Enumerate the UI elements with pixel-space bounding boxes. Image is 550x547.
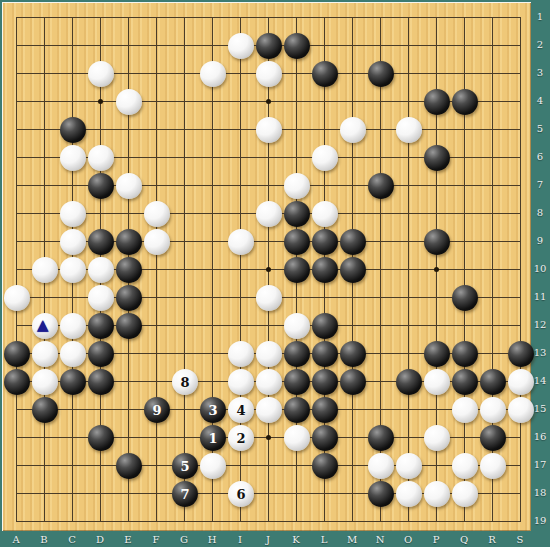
stone-white-C8 [60,201,86,227]
stone-black-L14 [312,369,338,395]
stone-white-K16 [284,425,310,451]
stone-black-O14 [396,369,422,395]
stone-white-O5 [396,117,422,143]
row-label-10: 10 [530,264,550,274]
col-label-F: F [146,535,166,545]
stone-black-D16 [88,425,114,451]
stone-white-O17 [396,453,422,479]
stone-white-I9 [228,229,254,255]
stone-black-Q14 [452,369,478,395]
stone-black-C5 [60,117,86,143]
stone-black-D13 [88,341,114,367]
stone-black-N16 [368,425,394,451]
col-label-M: M [342,535,362,545]
col-label-A: A [6,535,26,545]
stone-white-I2 [228,33,254,59]
stone-black-Q11 [452,285,478,311]
col-label-S: S [510,535,530,545]
move-4-stone-white: 4 [228,397,254,423]
move-7-stone-black: 7 [172,481,198,507]
stone-black-N18 [368,481,394,507]
go-board[interactable]: 893412576▲ [2,2,531,531]
stone-black-L17 [312,453,338,479]
stone-black-A14 [4,369,30,395]
stone-white-P14 [424,369,450,395]
stone-black-D9 [88,229,114,255]
stone-white-C9 [60,229,86,255]
stone-white-D6 [88,145,114,171]
row-label-7: 7 [530,180,550,190]
row-label-2: 2 [530,40,550,50]
stone-white-D10 [88,257,114,283]
stone-black-P4 [424,89,450,115]
col-label-O: O [398,535,418,545]
col-label-R: R [482,535,502,545]
stone-white-H3 [200,61,226,87]
stone-white-P18 [424,481,450,507]
stone-white-F8 [144,201,170,227]
stone-black-E12 [116,313,142,339]
stone-black-B15 [32,397,58,423]
row-label-8: 8 [530,208,550,218]
stone-black-E17 [116,453,142,479]
move-3-stone-black: 3 [200,397,226,423]
row-label-6: 6 [530,152,550,162]
stone-black-K13 [284,341,310,367]
row-label-18: 18 [530,488,550,498]
star-point [266,267,271,272]
stone-white-E7 [116,173,142,199]
move-2-stone-white: 2 [228,425,254,451]
stone-white-K12 [284,313,310,339]
go-app-frame: 893412576▲ ABCDEFGHIJKLMNOPQRS 123456789… [0,0,550,547]
stone-black-M10 [340,257,366,283]
stone-white-I13 [228,341,254,367]
stone-black-P13 [424,341,450,367]
stone-white-I14 [228,369,254,395]
stone-white-J5 [256,117,282,143]
stone-black-Q13 [452,341,478,367]
stone-white-C12 [60,313,86,339]
stone-white-H17 [200,453,226,479]
stone-white-C13 [60,341,86,367]
move-6-stone-white: 6 [228,481,254,507]
stone-black-L16 [312,425,338,451]
stone-white-L6 [312,145,338,171]
stone-black-E10 [116,257,142,283]
stone-black-Q4 [452,89,478,115]
stone-white-J13 [256,341,282,367]
stone-white-K7 [284,173,310,199]
stone-white-J8 [256,201,282,227]
stone-white-E4 [116,89,142,115]
star-point [98,99,103,104]
stone-white-N17 [368,453,394,479]
stone-black-L12 [312,313,338,339]
stone-white-B12 [32,313,58,339]
stone-white-A11 [4,285,30,311]
col-label-B: B [34,535,54,545]
row-label-13: 13 [530,348,550,358]
row-label-12: 12 [530,320,550,330]
star-point [266,435,271,440]
stone-black-N7 [368,173,394,199]
col-label-H: H [202,535,222,545]
stone-white-C10 [60,257,86,283]
stone-black-P9 [424,229,450,255]
row-label-1: 1 [530,12,550,22]
col-label-I: I [230,535,250,545]
stone-black-R14 [480,369,506,395]
stone-black-M13 [340,341,366,367]
stone-white-J3 [256,61,282,87]
row-label-14: 14 [530,376,550,386]
stone-white-D11 [88,285,114,311]
col-label-L: L [314,535,334,545]
col-label-P: P [426,535,446,545]
stone-white-C6 [60,145,86,171]
stone-white-J14 [256,369,282,395]
stone-black-K15 [284,397,310,423]
stone-white-Q18 [452,481,478,507]
stone-black-M14 [340,369,366,395]
col-label-E: E [118,535,138,545]
stone-black-L9 [312,229,338,255]
row-label-17: 17 [530,460,550,470]
col-label-C: C [62,535,82,545]
stone-white-B10 [32,257,58,283]
stone-black-N3 [368,61,394,87]
stone-black-J2 [256,33,282,59]
stone-black-K9 [284,229,310,255]
col-label-Q: Q [454,535,474,545]
stone-white-L8 [312,201,338,227]
stone-black-M9 [340,229,366,255]
stone-white-D3 [88,61,114,87]
move-1-stone-black: 1 [200,425,226,451]
star-point [434,267,439,272]
row-label-15: 15 [530,404,550,414]
move-9-stone-black: 9 [144,397,170,423]
stone-black-K2 [284,33,310,59]
stone-black-L13 [312,341,338,367]
col-label-G: G [174,535,194,545]
stone-black-L10 [312,257,338,283]
stone-white-J15 [256,397,282,423]
stone-black-C14 [60,369,86,395]
row-label-9: 9 [530,236,550,246]
row-label-3: 3 [530,68,550,78]
row-label-4: 4 [530,96,550,106]
stone-black-L15 [312,397,338,423]
stone-white-F9 [144,229,170,255]
stone-black-D12 [88,313,114,339]
stone-white-O18 [396,481,422,507]
stone-black-K14 [284,369,310,395]
col-label-K: K [286,535,306,545]
stone-black-K8 [284,201,310,227]
stone-white-Q17 [452,453,478,479]
stone-black-E11 [116,285,142,311]
stone-white-P16 [424,425,450,451]
move-5-stone-black: 5 [172,453,198,479]
stone-black-P6 [424,145,450,171]
row-label-5: 5 [530,124,550,134]
move-8-stone-white: 8 [172,369,198,395]
stone-black-E9 [116,229,142,255]
stone-white-B14 [32,369,58,395]
col-label-N: N [370,535,390,545]
stone-black-A13 [4,341,30,367]
col-label-D: D [90,535,110,545]
stone-black-D7 [88,173,114,199]
stone-black-L3 [312,61,338,87]
stone-white-R15 [480,397,506,423]
row-label-16: 16 [530,432,550,442]
stone-white-B13 [32,341,58,367]
stone-white-M5 [340,117,366,143]
stone-black-R16 [480,425,506,451]
stone-white-J11 [256,285,282,311]
star-point [266,99,271,104]
stone-black-K10 [284,257,310,283]
stone-black-D14 [88,369,114,395]
col-label-J: J [258,535,278,545]
stone-white-Q15 [452,397,478,423]
row-label-11: 11 [530,292,550,302]
stone-white-R17 [480,453,506,479]
row-label-19: 19 [530,516,550,526]
